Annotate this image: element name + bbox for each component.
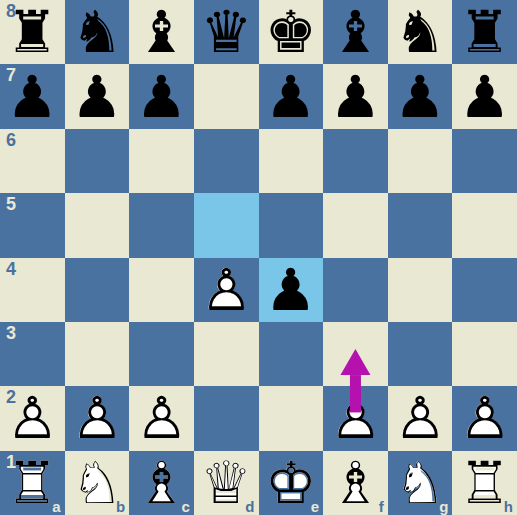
black-king[interactable]: ♚ (259, 0, 324, 64)
square-f2[interactable]: ♟♙ (323, 386, 388, 450)
square-f3[interactable] (323, 322, 388, 386)
black-piece-body: ♟ (329, 68, 381, 126)
square-e4[interactable]: ♟ (259, 258, 324, 322)
square-d7[interactable] (194, 64, 259, 128)
square-b4[interactable] (65, 258, 130, 322)
white-piece-outline: ♙ (459, 389, 511, 447)
white-piece-outline: ♘ (71, 454, 123, 512)
square-b1[interactable]: b♞♘ (65, 451, 130, 515)
square-f8[interactable]: ♝ (323, 0, 388, 64)
white-piece-outline: ♗ (329, 454, 381, 512)
square-g6[interactable] (388, 129, 453, 193)
square-h8[interactable]: ♜ (452, 0, 517, 64)
white-piece-outline: ♙ (6, 389, 58, 447)
square-c4[interactable] (129, 258, 194, 322)
square-d1[interactable]: d♛♕ (194, 451, 259, 515)
square-b2[interactable]: ♟♙ (65, 386, 130, 450)
square-c6[interactable] (129, 129, 194, 193)
black-knight[interactable]: ♞ (388, 0, 453, 64)
rank-label-5: 5 (6, 194, 16, 215)
square-c3[interactable] (129, 322, 194, 386)
square-h2[interactable]: ♟♙ (452, 386, 517, 450)
square-b6[interactable] (65, 129, 130, 193)
white-queen[interactable]: ♛♕ (194, 451, 259, 515)
square-e1[interactable]: e♚♔ (259, 451, 324, 515)
black-pawn[interactable]: ♟ (259, 258, 324, 322)
square-h5[interactable] (452, 193, 517, 257)
square-a8[interactable]: 8♜ (0, 0, 65, 64)
square-b7[interactable]: ♟ (65, 64, 130, 128)
chess-board: 8♜♞♝♛♚♝♞♜7♟♟♟♟♟♟♟654♟♙♟32♟♙♟♙♟♙♟♙♟♙♟♙1a♜… (0, 0, 517, 515)
square-d8[interactable]: ♛ (194, 0, 259, 64)
black-piece-body: ♜ (6, 3, 58, 61)
white-pawn[interactable]: ♟♙ (452, 386, 517, 450)
square-g5[interactable] (388, 193, 453, 257)
black-pawn[interactable]: ♟ (388, 64, 453, 128)
white-pawn[interactable]: ♟♙ (194, 258, 259, 322)
white-knight[interactable]: ♞♘ (388, 451, 453, 515)
square-g8[interactable]: ♞ (388, 0, 453, 64)
white-piece-outline: ♗ (136, 454, 188, 512)
white-bishop[interactable]: ♝♗ (323, 451, 388, 515)
square-e7[interactable]: ♟ (259, 64, 324, 128)
square-h7[interactable]: ♟ (452, 64, 517, 128)
white-piece-outline: ♙ (71, 389, 123, 447)
rank-label-3: 3 (6, 323, 16, 344)
white-piece-outline: ♖ (6, 454, 58, 512)
square-g7[interactable]: ♟ (388, 64, 453, 128)
square-g1[interactable]: g♞♘ (388, 451, 453, 515)
black-pawn[interactable]: ♟ (323, 64, 388, 128)
black-piece-body: ♟ (136, 68, 188, 126)
black-piece-body: ♟ (265, 68, 317, 126)
square-a6[interactable]: 6 (0, 129, 65, 193)
white-bishop[interactable]: ♝♗ (129, 451, 194, 515)
black-piece-body: ♞ (394, 3, 446, 61)
square-e3[interactable] (259, 322, 324, 386)
white-piece-outline: ♔ (265, 454, 317, 512)
square-g2[interactable]: ♟♙ (388, 386, 453, 450)
square-c1[interactable]: c♝♗ (129, 451, 194, 515)
black-bishop[interactable]: ♝ (129, 0, 194, 64)
square-e6[interactable] (259, 129, 324, 193)
white-rook[interactable]: ♜♖ (452, 451, 517, 515)
black-piece-body: ♞ (71, 3, 123, 61)
black-pawn[interactable]: ♟ (129, 64, 194, 128)
black-piece-body: ♛ (200, 3, 252, 61)
black-queen[interactable]: ♛ (194, 0, 259, 64)
white-pawn[interactable]: ♟♙ (0, 386, 65, 450)
square-d3[interactable] (194, 322, 259, 386)
square-b5[interactable] (65, 193, 130, 257)
black-pawn[interactable]: ♟ (0, 64, 65, 128)
rank-label-6: 6 (6, 130, 16, 151)
square-g3[interactable] (388, 322, 453, 386)
square-a3[interactable]: 3 (0, 322, 65, 386)
square-h1[interactable]: h♜♖ (452, 451, 517, 515)
square-h6[interactable] (452, 129, 517, 193)
white-rook[interactable]: ♜♖ (0, 451, 65, 515)
white-piece-outline: ♙ (200, 261, 252, 319)
square-d6[interactable] (194, 129, 259, 193)
square-f7[interactable]: ♟ (323, 64, 388, 128)
square-e2[interactable] (259, 386, 324, 450)
white-pawn[interactable]: ♟♙ (323, 386, 388, 450)
black-piece-body: ♟ (394, 68, 446, 126)
white-piece-outline: ♙ (329, 389, 381, 447)
black-piece-body: ♝ (329, 3, 381, 61)
white-piece-outline: ♙ (394, 389, 446, 447)
square-f1[interactable]: f♝♗ (323, 451, 388, 515)
square-a5[interactable]: 5 (0, 193, 65, 257)
square-a4[interactable]: 4 (0, 258, 65, 322)
white-piece-outline: ♘ (394, 454, 446, 512)
black-bishop[interactable]: ♝ (323, 0, 388, 64)
square-d4[interactable]: ♟♙ (194, 258, 259, 322)
black-rook[interactable]: ♜ (452, 0, 517, 64)
square-a7[interactable]: 7♟ (0, 64, 65, 128)
white-pawn[interactable]: ♟♙ (129, 386, 194, 450)
square-e8[interactable]: ♚ (259, 0, 324, 64)
black-piece-body: ♟ (71, 68, 123, 126)
square-c2[interactable]: ♟♙ (129, 386, 194, 450)
square-f6[interactable] (323, 129, 388, 193)
black-piece-body: ♟ (6, 68, 58, 126)
black-piece-body: ♚ (265, 3, 317, 61)
square-d2[interactable] (194, 386, 259, 450)
square-e5[interactable] (259, 193, 324, 257)
black-piece-body: ♝ (136, 3, 188, 61)
black-piece-body: ♜ (459, 3, 511, 61)
white-piece-outline: ♕ (200, 454, 252, 512)
square-f4[interactable] (323, 258, 388, 322)
square-b3[interactable] (65, 322, 130, 386)
black-pawn[interactable]: ♟ (65, 64, 130, 128)
white-piece-outline: ♖ (459, 454, 511, 512)
black-pawn[interactable]: ♟ (259, 64, 324, 128)
square-h3[interactable] (452, 322, 517, 386)
black-pawn[interactable]: ♟ (452, 64, 517, 128)
square-g4[interactable] (388, 258, 453, 322)
square-a2[interactable]: 2♟♙ (0, 386, 65, 450)
black-knight[interactable]: ♞ (65, 0, 130, 64)
square-b8[interactable]: ♞ (65, 0, 130, 64)
square-f5[interactable] (323, 193, 388, 257)
square-a1[interactable]: 1a♜♖ (0, 451, 65, 515)
black-piece-body: ♟ (265, 261, 317, 319)
white-pawn[interactable]: ♟♙ (388, 386, 453, 450)
square-h4[interactable] (452, 258, 517, 322)
black-piece-body: ♟ (459, 68, 511, 126)
white-king[interactable]: ♚♔ (259, 451, 324, 515)
square-c7[interactable]: ♟ (129, 64, 194, 128)
square-c8[interactable]: ♝ (129, 0, 194, 64)
white-pawn[interactable]: ♟♙ (65, 386, 130, 450)
black-rook[interactable]: ♜ (0, 0, 65, 64)
square-c5[interactable] (129, 193, 194, 257)
white-piece-outline: ♙ (136, 389, 188, 447)
white-knight[interactable]: ♞♘ (65, 451, 130, 515)
rank-label-4: 4 (6, 259, 16, 280)
square-d5[interactable] (194, 193, 259, 257)
